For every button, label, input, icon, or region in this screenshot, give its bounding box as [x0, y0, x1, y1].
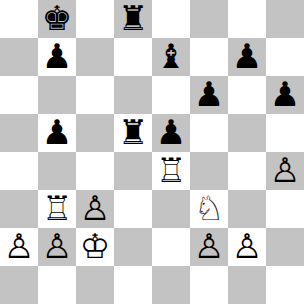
square-f6[interactable]: ♟	[190, 76, 228, 114]
square-f3[interactable]: ♘	[190, 190, 228, 228]
black-rook[interactable]: ♜	[118, 0, 148, 37]
white-pawn[interactable]: ♙	[232, 228, 262, 265]
square-c5[interactable]	[76, 114, 114, 152]
square-c3[interactable]: ♙	[76, 190, 114, 228]
square-g7[interactable]: ♟	[228, 38, 266, 76]
black-bishop[interactable]: ♝	[156, 38, 186, 75]
square-g1[interactable]	[228, 266, 266, 304]
white-pawn[interactable]: ♙	[4, 228, 34, 265]
square-a1[interactable]	[0, 266, 38, 304]
square-a4[interactable]	[0, 152, 38, 190]
square-h3[interactable]	[266, 190, 304, 228]
square-e3[interactable]	[152, 190, 190, 228]
square-h6[interactable]: ♟	[266, 76, 304, 114]
square-h5[interactable]	[266, 114, 304, 152]
black-pawn[interactable]: ♟	[194, 76, 224, 113]
square-a3[interactable]	[0, 190, 38, 228]
square-f8[interactable]	[190, 0, 228, 38]
square-e1[interactable]	[152, 266, 190, 304]
square-h1[interactable]	[266, 266, 304, 304]
square-d1[interactable]	[114, 266, 152, 304]
square-h4[interactable]: ♙	[266, 152, 304, 190]
black-pawn[interactable]: ♟	[42, 114, 72, 151]
square-b5[interactable]: ♟	[38, 114, 76, 152]
square-e8[interactable]	[152, 0, 190, 38]
square-b8[interactable]: ♚	[38, 0, 76, 38]
square-e2[interactable]	[152, 228, 190, 266]
square-e5[interactable]: ♟	[152, 114, 190, 152]
square-d4[interactable]	[114, 152, 152, 190]
square-d3[interactable]	[114, 190, 152, 228]
square-g2[interactable]: ♙	[228, 228, 266, 266]
square-g5[interactable]	[228, 114, 266, 152]
square-f4[interactable]	[190, 152, 228, 190]
square-e4[interactable]: ♖	[152, 152, 190, 190]
square-d7[interactable]	[114, 38, 152, 76]
square-c6[interactable]	[76, 76, 114, 114]
square-b7[interactable]: ♟	[38, 38, 76, 76]
square-d6[interactable]	[114, 76, 152, 114]
white-pawn[interactable]: ♙	[42, 228, 72, 265]
white-rook[interactable]: ♖	[156, 152, 186, 189]
square-c8[interactable]	[76, 0, 114, 38]
black-pawn[interactable]: ♟	[270, 76, 300, 113]
square-g8[interactable]	[228, 0, 266, 38]
black-rook[interactable]: ♜	[118, 114, 148, 151]
square-b4[interactable]	[38, 152, 76, 190]
square-a8[interactable]	[0, 0, 38, 38]
black-pawn[interactable]: ♟	[232, 38, 262, 75]
square-d2[interactable]	[114, 228, 152, 266]
square-b3[interactable]: ♖	[38, 190, 76, 228]
black-pawn[interactable]: ♟	[156, 114, 186, 151]
square-c1[interactable]	[76, 266, 114, 304]
square-g4[interactable]	[228, 152, 266, 190]
square-a7[interactable]	[0, 38, 38, 76]
square-e7[interactable]: ♝	[152, 38, 190, 76]
square-d8[interactable]: ♜	[114, 0, 152, 38]
white-pawn[interactable]: ♙	[80, 190, 110, 227]
square-e6[interactable]	[152, 76, 190, 114]
square-g6[interactable]	[228, 76, 266, 114]
square-c7[interactable]	[76, 38, 114, 76]
square-h8[interactable]	[266, 0, 304, 38]
white-pawn[interactable]: ♙	[270, 152, 300, 189]
chess-board: ♚♜♟♝♟♟♟♟♜♟♖♙♖♙♘♙♙♔♙♙	[0, 0, 304, 304]
square-b2[interactable]: ♙	[38, 228, 76, 266]
square-f5[interactable]	[190, 114, 228, 152]
black-king[interactable]: ♚	[42, 0, 72, 37]
square-f7[interactable]	[190, 38, 228, 76]
square-f1[interactable]	[190, 266, 228, 304]
square-h2[interactable]	[266, 228, 304, 266]
white-rook[interactable]: ♖	[42, 190, 72, 227]
white-king[interactable]: ♔	[80, 228, 110, 265]
square-c2[interactable]: ♔	[76, 228, 114, 266]
square-d5[interactable]: ♜	[114, 114, 152, 152]
square-f2[interactable]: ♙	[190, 228, 228, 266]
white-knight[interactable]: ♘	[194, 190, 224, 227]
white-pawn[interactable]: ♙	[194, 228, 224, 265]
square-c4[interactable]	[76, 152, 114, 190]
square-b6[interactable]	[38, 76, 76, 114]
square-a2[interactable]: ♙	[0, 228, 38, 266]
square-a6[interactable]	[0, 76, 38, 114]
black-pawn[interactable]: ♟	[42, 38, 72, 75]
square-g3[interactable]	[228, 190, 266, 228]
square-a5[interactable]	[0, 114, 38, 152]
square-b1[interactable]	[38, 266, 76, 304]
square-h7[interactable]	[266, 38, 304, 76]
